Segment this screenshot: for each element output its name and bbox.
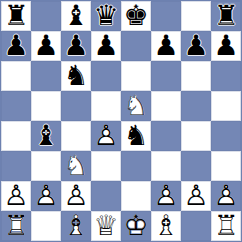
- square-b2[interactable]: ♟♙: [31, 181, 61, 211]
- piece-white-knight: ♞♘: [61, 151, 91, 181]
- square-f6[interactable]: [151, 61, 181, 91]
- white-pawn-icon: ♙: [1, 181, 31, 211]
- square-c6[interactable]: ♞: [61, 61, 91, 91]
- square-h7[interactable]: ♟: [211, 31, 241, 61]
- black-pawn-icon: ♟: [211, 31, 241, 61]
- piece-black-pawn: ♟: [61, 31, 91, 61]
- square-h5[interactable]: [211, 91, 241, 121]
- white-pawn-icon: ♙: [211, 181, 241, 211]
- square-h1[interactable]: ♜♖: [211, 211, 241, 241]
- piece-white-queen: ♛♕: [91, 211, 121, 241]
- black-bishop-icon: ♝: [31, 121, 61, 151]
- piece-black-bishop: ♝: [61, 1, 91, 31]
- piece-black-knight: ♞: [61, 61, 91, 91]
- square-a1[interactable]: ♜♖: [1, 211, 31, 241]
- square-b3[interactable]: [31, 151, 61, 181]
- square-a6[interactable]: [1, 61, 31, 91]
- piece-white-bishop: ♝♗: [151, 211, 181, 241]
- square-b5[interactable]: [31, 91, 61, 121]
- piece-black-pawn: ♟: [181, 31, 211, 61]
- square-g1[interactable]: [181, 211, 211, 241]
- black-pawn-icon: ♟: [1, 31, 31, 61]
- white-pawn-icon: ♙: [91, 121, 121, 151]
- piece-white-pawn: ♟♙: [151, 181, 181, 211]
- white-bishop-icon: ♗: [61, 211, 91, 241]
- square-h4[interactable]: [211, 121, 241, 151]
- black-rook-icon: ♜: [1, 1, 31, 31]
- square-c5[interactable]: [61, 91, 91, 121]
- square-e6[interactable]: [121, 61, 151, 91]
- square-c3[interactable]: ♞♘: [61, 151, 91, 181]
- square-b1[interactable]: [31, 211, 61, 241]
- square-a2[interactable]: ♟♙: [1, 181, 31, 211]
- square-d1[interactable]: ♛♕: [91, 211, 121, 241]
- black-bishop-icon: ♝: [61, 1, 91, 31]
- square-h8[interactable]: ♜: [211, 1, 241, 31]
- square-g5[interactable]: [181, 91, 211, 121]
- white-knight-icon: ♘: [121, 91, 151, 121]
- white-queen-icon: ♕: [91, 211, 121, 241]
- square-c2[interactable]: ♟♙: [61, 181, 91, 211]
- white-pawn-icon: ♙: [181, 181, 211, 211]
- square-a3[interactable]: [1, 151, 31, 181]
- white-bishop-icon: ♗: [151, 211, 181, 241]
- square-c7[interactable]: ♟: [61, 31, 91, 61]
- square-b8[interactable]: [31, 1, 61, 31]
- square-e4[interactable]: ♞: [121, 121, 151, 151]
- piece-white-pawn: ♟♙: [61, 181, 91, 211]
- square-f2[interactable]: ♟♙: [151, 181, 181, 211]
- square-f7[interactable]: ♟: [151, 31, 181, 61]
- square-e3[interactable]: [121, 151, 151, 181]
- black-king-icon: ♚: [121, 1, 151, 31]
- square-g2[interactable]: ♟♙: [181, 181, 211, 211]
- square-a4[interactable]: [1, 121, 31, 151]
- square-g6[interactable]: [181, 61, 211, 91]
- piece-black-rook: ♜: [211, 1, 241, 31]
- square-b7[interactable]: ♟: [31, 31, 61, 61]
- white-pawn-icon: ♙: [31, 181, 61, 211]
- square-g3[interactable]: [181, 151, 211, 181]
- piece-white-pawn: ♟♙: [181, 181, 211, 211]
- square-f1[interactable]: ♝♗: [151, 211, 181, 241]
- piece-white-pawn: ♟♙: [211, 181, 241, 211]
- square-f8[interactable]: [151, 1, 181, 31]
- chess-board: ♜♝♛♚♜♟♟♟♟♟♟♟♞♞♘♝♟♙♞♞♘♟♙♟♙♟♙♟♙♟♙♟♙♜♖♝♗♛♕♚…: [0, 0, 242, 242]
- square-e5[interactable]: ♞♘: [121, 91, 151, 121]
- square-d3[interactable]: [91, 151, 121, 181]
- square-g8[interactable]: [181, 1, 211, 31]
- piece-white-bishop: ♝♗: [61, 211, 91, 241]
- square-f5[interactable]: [151, 91, 181, 121]
- piece-white-knight: ♞♘: [121, 91, 151, 121]
- square-a8[interactable]: ♜: [1, 1, 31, 31]
- square-c1[interactable]: ♝♗: [61, 211, 91, 241]
- piece-white-pawn: ♟♙: [91, 121, 121, 151]
- piece-white-pawn: ♟♙: [31, 181, 61, 211]
- piece-white-pawn: ♟♙: [1, 181, 31, 211]
- square-a5[interactable]: [1, 91, 31, 121]
- piece-black-queen: ♛: [91, 1, 121, 31]
- square-b6[interactable]: [31, 61, 61, 91]
- square-d2[interactable]: [91, 181, 121, 211]
- square-d7[interactable]: ♟: [91, 31, 121, 61]
- square-g4[interactable]: [181, 121, 211, 151]
- black-knight-icon: ♞: [121, 121, 151, 151]
- black-queen-icon: ♛: [91, 1, 121, 31]
- white-rook-icon: ♖: [1, 211, 31, 241]
- piece-white-rook: ♜♖: [211, 211, 241, 241]
- square-h3[interactable]: [211, 151, 241, 181]
- piece-black-pawn: ♟: [211, 31, 241, 61]
- square-c8[interactable]: ♝: [61, 1, 91, 31]
- black-pawn-icon: ♟: [181, 31, 211, 61]
- square-c4[interactable]: [61, 121, 91, 151]
- square-e1[interactable]: ♚♔: [121, 211, 151, 241]
- square-d8[interactable]: ♛: [91, 1, 121, 31]
- piece-black-pawn: ♟: [91, 31, 121, 61]
- square-f4[interactable]: [151, 121, 181, 151]
- white-rook-icon: ♖: [211, 211, 241, 241]
- square-f3[interactable]: [151, 151, 181, 181]
- black-pawn-icon: ♟: [151, 31, 181, 61]
- piece-black-pawn: ♟: [1, 31, 31, 61]
- square-h6[interactable]: [211, 61, 241, 91]
- white-knight-icon: ♘: [61, 151, 91, 181]
- white-king-icon: ♔: [121, 211, 151, 241]
- white-pawn-icon: ♙: [151, 181, 181, 211]
- square-e8[interactable]: ♚: [121, 1, 151, 31]
- square-a7[interactable]: ♟: [1, 31, 31, 61]
- piece-black-king: ♚: [121, 1, 151, 31]
- black-pawn-icon: ♟: [91, 31, 121, 61]
- square-e2[interactable]: [121, 181, 151, 211]
- square-h2[interactable]: ♟♙: [211, 181, 241, 211]
- square-d5[interactable]: [91, 91, 121, 121]
- piece-black-pawn: ♟: [151, 31, 181, 61]
- black-pawn-icon: ♟: [61, 31, 91, 61]
- piece-white-king: ♚♔: [121, 211, 151, 241]
- black-rook-icon: ♜: [211, 1, 241, 31]
- square-e7[interactable]: [121, 31, 151, 61]
- white-pawn-icon: ♙: [61, 181, 91, 211]
- square-d6[interactable]: [91, 61, 121, 91]
- piece-black-knight: ♞: [121, 121, 151, 151]
- piece-black-bishop: ♝: [31, 121, 61, 151]
- piece-white-rook: ♜♖: [1, 211, 31, 241]
- square-g7[interactable]: ♟: [181, 31, 211, 61]
- piece-black-pawn: ♟: [31, 31, 61, 61]
- square-d4[interactable]: ♟♙: [91, 121, 121, 151]
- black-knight-icon: ♞: [61, 61, 91, 91]
- black-pawn-icon: ♟: [31, 31, 61, 61]
- square-b4[interactable]: ♝: [31, 121, 61, 151]
- piece-black-rook: ♜: [1, 1, 31, 31]
